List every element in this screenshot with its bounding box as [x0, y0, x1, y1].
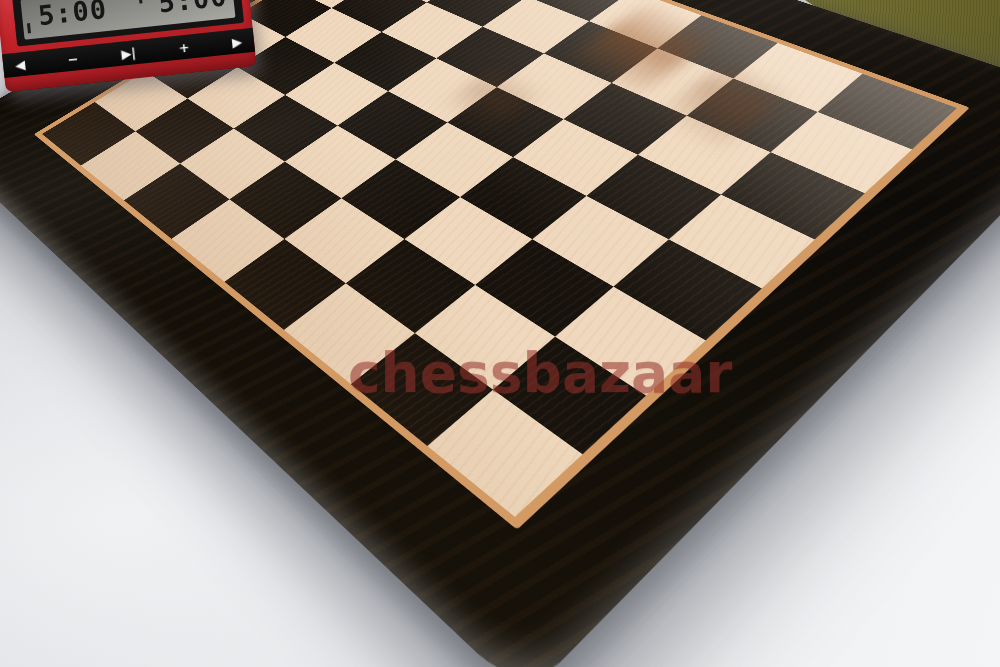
chess-board: [42, 0, 957, 517]
play-pause-button: ▶|: [121, 46, 137, 60]
display-tick: [138, 0, 142, 4]
scene: chessbazaar 5:00 5:00 ◀−▶|+▶: [0, 0, 1000, 667]
plus-button: +: [178, 40, 190, 54]
left-player-time: 5:00: [37, 0, 109, 31]
display-tick: [27, 23, 31, 33]
right-player-time: 5:00: [157, 0, 229, 18]
forward-button: ▶: [231, 35, 242, 49]
minus-button: −: [67, 52, 79, 66]
back-button: ◀: [15, 57, 26, 71]
watermark: chessbazaar: [348, 341, 732, 405]
